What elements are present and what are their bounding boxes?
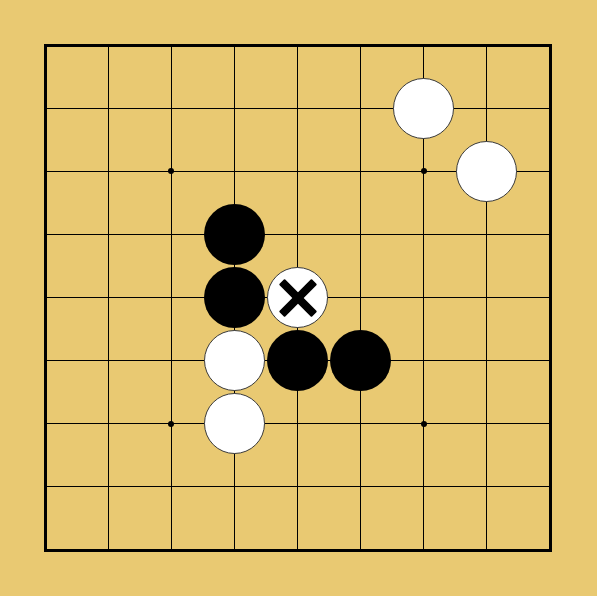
black-stone <box>204 204 265 265</box>
white-stone <box>456 141 517 202</box>
white-stone <box>204 393 265 454</box>
grid-line-vertical <box>360 45 361 550</box>
grid-line-horizontal <box>45 486 550 487</box>
white-stone <box>204 330 265 391</box>
star-point <box>421 168 427 174</box>
grid-line-vertical <box>486 45 487 550</box>
black-stone <box>267 330 328 391</box>
grid-line-horizontal <box>45 423 550 424</box>
black-stone <box>330 330 391 391</box>
black-stone <box>204 267 265 328</box>
go-board-app <box>0 0 597 596</box>
star-point <box>421 421 427 427</box>
go-board[interactable] <box>0 0 597 596</box>
marked-white-stone <box>267 267 328 328</box>
star-point <box>168 421 174 427</box>
white-stone <box>393 78 454 139</box>
